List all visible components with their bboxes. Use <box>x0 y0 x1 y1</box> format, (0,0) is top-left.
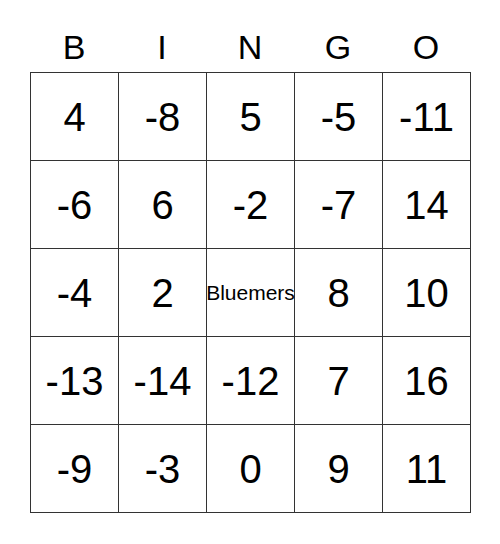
cell-N1[interactable]: 5 <box>207 73 295 161</box>
header-letter-o: O <box>382 0 470 72</box>
cell-N4[interactable]: -12 <box>207 337 295 425</box>
cell-I5[interactable]: -3 <box>119 425 207 513</box>
cell-N2[interactable]: -2 <box>207 161 295 249</box>
cell-O2[interactable]: 14 <box>383 161 471 249</box>
header-letter-i: I <box>118 0 206 72</box>
cell-O5[interactable]: 11 <box>383 425 471 513</box>
cell-B1[interactable]: 4 <box>31 73 119 161</box>
cell-G2[interactable]: -7 <box>295 161 383 249</box>
cell-B5[interactable]: -9 <box>31 425 119 513</box>
bingo-card: B I N G O 4 -8 5 -5 -11 -6 6 -2 -7 14 -4… <box>30 0 470 513</box>
cell-B4[interactable]: -13 <box>31 337 119 425</box>
cell-G1[interactable]: -5 <box>295 73 383 161</box>
cell-O1[interactable]: -11 <box>383 73 471 161</box>
header-letter-b: B <box>30 0 118 72</box>
cell-I2[interactable]: 6 <box>119 161 207 249</box>
cell-G4[interactable]: 7 <box>295 337 383 425</box>
cell-G5[interactable]: 9 <box>295 425 383 513</box>
header-letter-g: G <box>294 0 382 72</box>
board-grid: 4 -8 5 -5 -11 -6 6 -2 -7 14 -4 2 Bluemer… <box>30 72 471 513</box>
cell-I4[interactable]: -14 <box>119 337 207 425</box>
cell-B2[interactable]: -6 <box>31 161 119 249</box>
cell-N5[interactable]: 0 <box>207 425 295 513</box>
cell-I3[interactable]: 2 <box>119 249 207 337</box>
cell-B3[interactable]: -4 <box>31 249 119 337</box>
cell-O4[interactable]: 16 <box>383 337 471 425</box>
cell-I1[interactable]: -8 <box>119 73 207 161</box>
free-space-cell[interactable]: Bluemers <box>207 249 295 337</box>
cell-O3[interactable]: 10 <box>383 249 471 337</box>
header-row: B I N G O <box>30 0 470 72</box>
cell-G3[interactable]: 8 <box>295 249 383 337</box>
header-letter-n: N <box>206 0 294 72</box>
